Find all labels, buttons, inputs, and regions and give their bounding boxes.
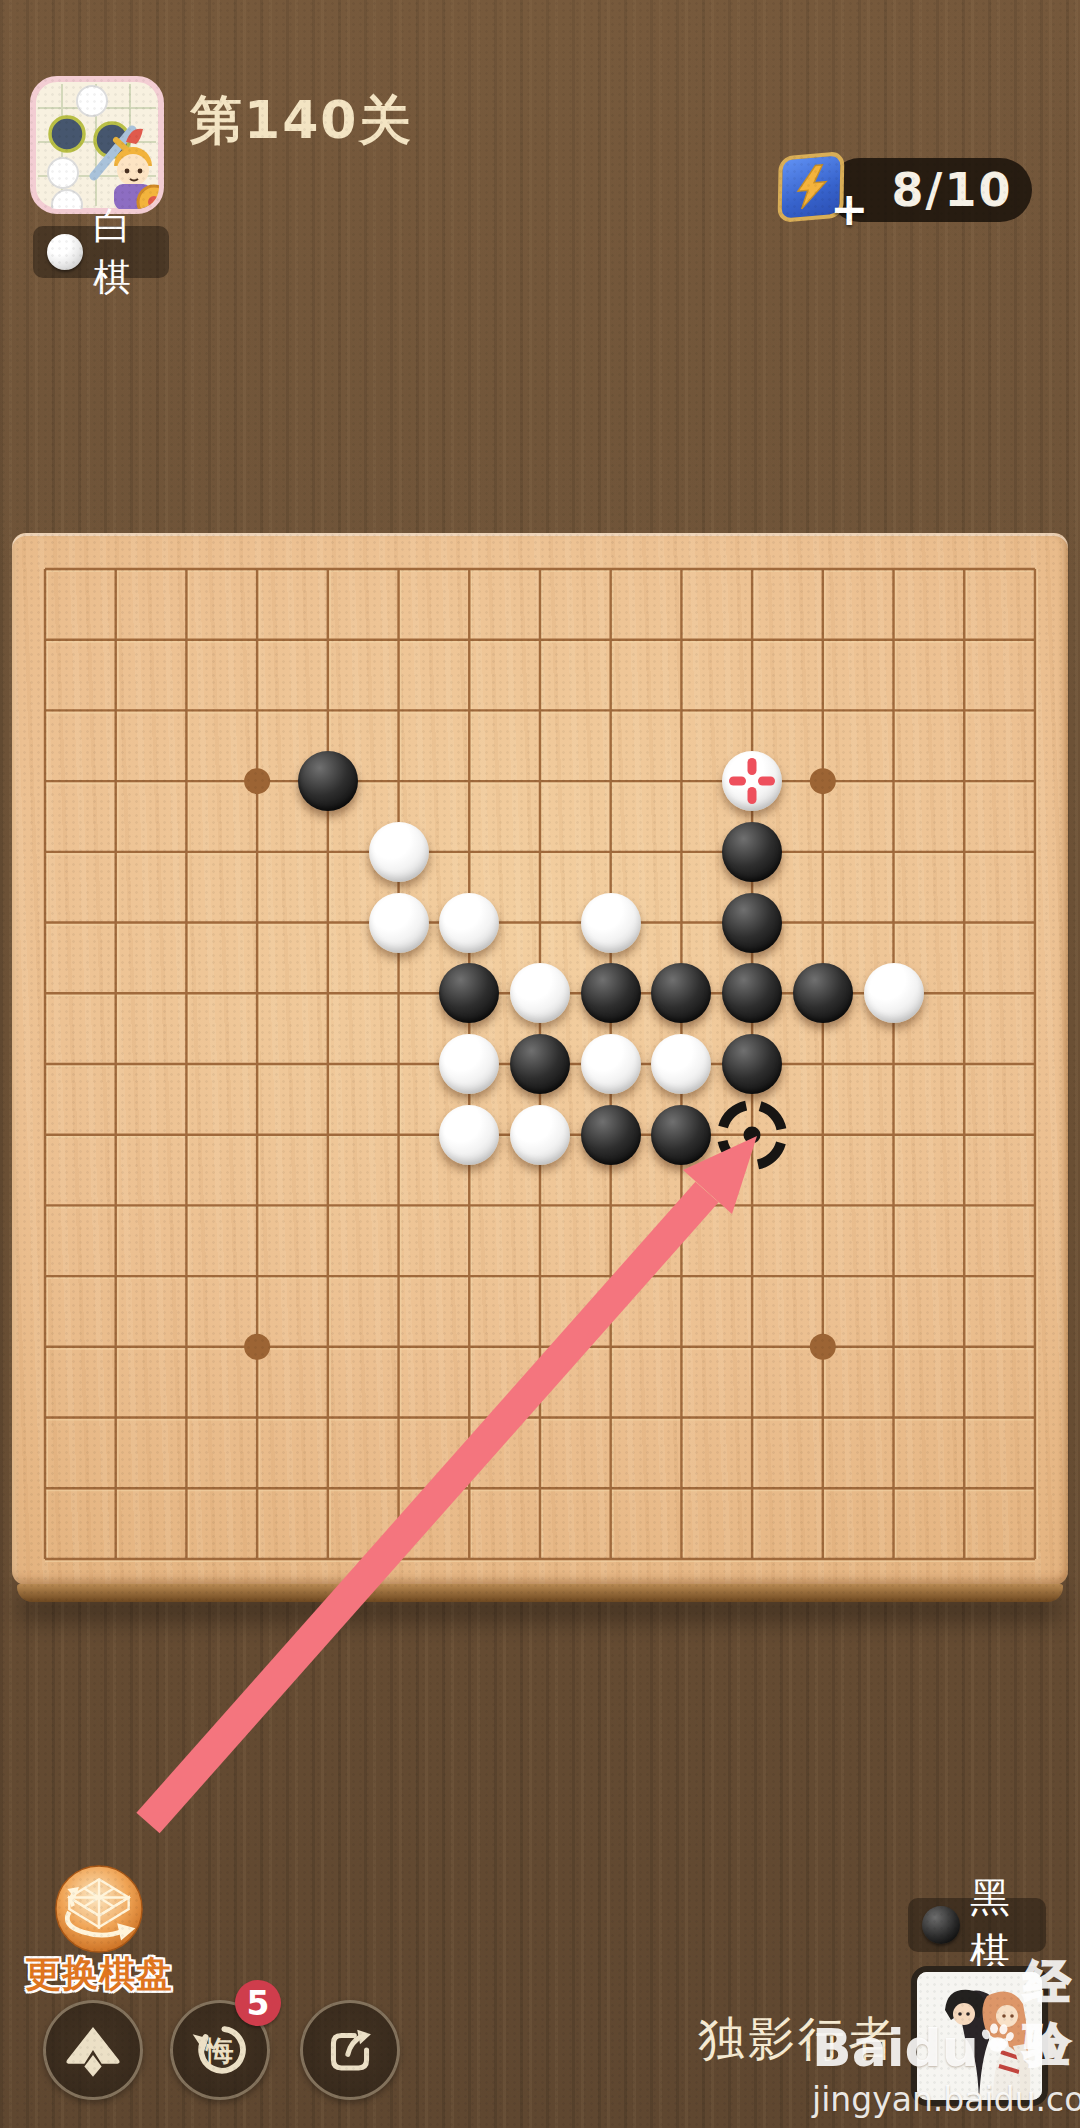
energy-plus-label[interactable]: + (830, 182, 869, 236)
mountain-logo-icon (57, 2014, 129, 2086)
home-button[interactable] (43, 2000, 143, 2100)
stone-black (722, 822, 782, 882)
last-move-cross-marker (722, 751, 782, 811)
share-button[interactable] (300, 2000, 400, 2100)
stone-black (793, 963, 853, 1023)
stone-white (439, 1034, 499, 1094)
change-board-button[interactable]: 更换棋盘 (24, 1864, 174, 1999)
stone-black (298, 751, 358, 811)
stone-layer (12, 533, 1068, 1585)
stone-white (510, 963, 570, 1023)
icon-white-stone (48, 158, 78, 188)
stone-white (864, 963, 924, 1023)
stone-white (439, 1105, 499, 1165)
gomoku-board[interactable] (12, 533, 1068, 1585)
undo-char: 悔 (204, 2035, 233, 2066)
level-title: 第140关 (190, 86, 413, 156)
stone-black (439, 963, 499, 1023)
stone-black (722, 963, 782, 1023)
stone-white (369, 893, 429, 953)
change-board-icon (54, 1864, 144, 1954)
black-stone-icon (922, 1906, 960, 1944)
energy-count: 8/10 (892, 163, 1013, 217)
share-icon (314, 2014, 386, 2086)
stone-white (369, 822, 429, 882)
stone-black (722, 893, 782, 953)
white-stone-icon (47, 234, 83, 270)
stone-white (439, 893, 499, 953)
stone-black (651, 1105, 711, 1165)
opponent-avatar (911, 1966, 1048, 2106)
undo-icon: 悔 (184, 2014, 256, 2086)
opponent-name: 独影行者 (698, 2008, 898, 2071)
opponent-side-label: 黑棋 (970, 1870, 1032, 1980)
avatar-art (917, 1972, 1042, 2100)
icon-white-stone (77, 86, 107, 116)
stone-white (581, 893, 641, 953)
stone-black (581, 963, 641, 1023)
player-side-pill: 白棋 (33, 226, 169, 278)
undo-count-badge: 5 (235, 1980, 281, 2026)
stone-white (651, 1034, 711, 1094)
app-icon[interactable] (30, 76, 164, 214)
game-screen: 第140关 白棋 8/10 + (0, 0, 1080, 2128)
stone-black (510, 1034, 570, 1094)
stone-black (651, 963, 711, 1023)
stone-black (581, 1105, 641, 1165)
suggested-move-marker[interactable] (712, 1095, 792, 1175)
change-board-label: 更换棋盘 (24, 1950, 174, 1999)
dashed-circle-icon (712, 1095, 792, 1175)
stone-white (722, 751, 782, 811)
lightning-icon (791, 162, 832, 212)
stone-black (722, 1034, 782, 1094)
player-side-label: 白棋 (93, 201, 155, 303)
icon-navy-stone (50, 117, 84, 151)
stone-white (581, 1034, 641, 1094)
opponent-side-pill: 黑棋 (908, 1898, 1046, 1952)
stone-white (510, 1105, 570, 1165)
